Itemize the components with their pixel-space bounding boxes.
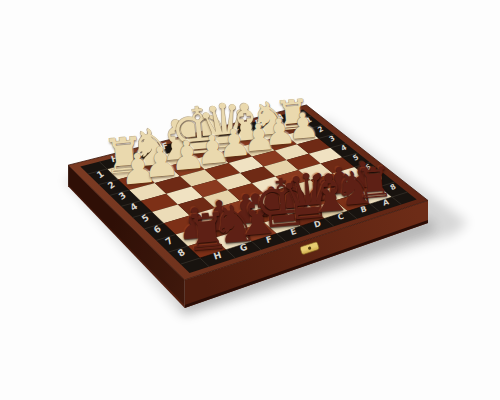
board-svg: 1122334455667788HHGGFFEEDDCCBBAA (0, 0, 500, 400)
chess-set-photo: 1122334455667788HHGGFFEEDDCCBBAA ♜♞♝♚♛♝♞… (0, 0, 500, 400)
